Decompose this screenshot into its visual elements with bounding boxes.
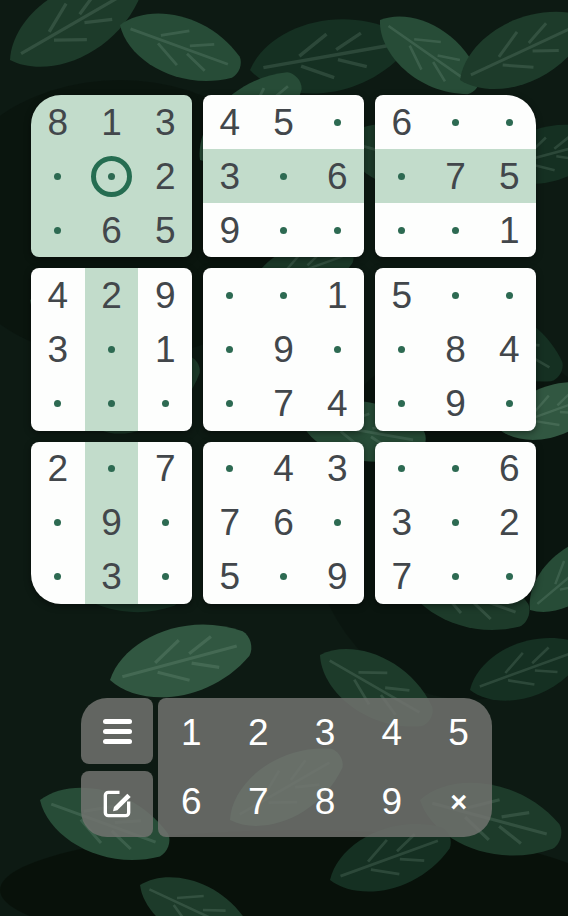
edit-note-icon xyxy=(97,784,137,824)
given-number: 8 xyxy=(48,104,69,141)
selection-ring xyxy=(91,156,132,197)
cell-r7c5[interactable]: 4 xyxy=(257,442,311,496)
empty-cell-dot xyxy=(398,346,405,353)
cell-r8c2[interactable]: 9 xyxy=(85,496,139,550)
empty-cell-dot xyxy=(506,400,513,407)
empty-cell-dot xyxy=(54,227,61,234)
box-2-3: 5849 xyxy=(375,268,536,430)
cell-r2c1[interactable] xyxy=(31,149,85,203)
cell-r8c1[interactable] xyxy=(31,496,85,550)
cell-r6c5[interactable]: 7 xyxy=(257,377,311,431)
given-number: 3 xyxy=(155,104,176,141)
empty-cell-dot xyxy=(226,292,233,299)
cell-r4c3[interactable]: 9 xyxy=(138,268,192,322)
numpad-key-9[interactable]: 9 xyxy=(358,768,425,838)
given-number: 3 xyxy=(220,158,241,195)
cell-r7c8[interactable] xyxy=(429,442,483,496)
cell-r6c9[interactable] xyxy=(482,377,536,431)
empty-cell-dot xyxy=(280,227,287,234)
empty-cell-dot xyxy=(398,173,405,180)
cell-r4c1[interactable]: 4 xyxy=(31,268,85,322)
given-number: 5 xyxy=(392,277,413,314)
cell-r4c8[interactable] xyxy=(429,268,483,322)
cell-r5c5[interactable]: 9 xyxy=(257,322,311,376)
cell-r3c5[interactable] xyxy=(257,203,311,257)
empty-cell-dot xyxy=(54,519,61,526)
given-number: 1 xyxy=(101,104,122,141)
box-3-2: 437659 xyxy=(203,442,364,604)
box-3-1: 2793 xyxy=(31,442,192,604)
cell-r4c2[interactable]: 2 xyxy=(85,268,139,322)
cell-r1c4[interactable]: 4 xyxy=(203,95,257,149)
given-number: 4 xyxy=(220,104,241,141)
box-2-2: 1974 xyxy=(203,268,364,430)
cell-r8c4[interactable]: 7 xyxy=(203,496,257,550)
empty-cell-dot xyxy=(108,465,115,472)
given-number: 2 xyxy=(48,450,69,487)
empty-cell-dot xyxy=(226,465,233,472)
cell-r2c3[interactable]: 2 xyxy=(138,149,192,203)
cell-r1c3[interactable]: 3 xyxy=(138,95,192,149)
cell-r5c1[interactable]: 3 xyxy=(31,322,85,376)
cell-r9c6[interactable]: 9 xyxy=(310,550,364,604)
cell-r6c6[interactable]: 4 xyxy=(310,377,364,431)
box-3-3: 6327 xyxy=(375,442,536,604)
given-number: 4 xyxy=(48,277,69,314)
cell-r5c6[interactable] xyxy=(310,322,364,376)
given-number: 9 xyxy=(273,331,294,368)
given-number: 7 xyxy=(392,558,413,595)
cell-r1c5[interactable]: 5 xyxy=(257,95,311,149)
cell-r8c6[interactable] xyxy=(310,496,364,550)
empty-cell-dot xyxy=(506,573,513,580)
given-number: 1 xyxy=(155,331,176,368)
given-number: 3 xyxy=(327,450,348,487)
cell-r1c6[interactable] xyxy=(310,95,364,149)
cell-r2c7[interactable] xyxy=(375,149,429,203)
empty-cell-dot xyxy=(452,292,459,299)
given-number: 3 xyxy=(101,558,122,595)
box-1-2: 45369 xyxy=(203,95,364,257)
given-number: 2 xyxy=(101,277,122,314)
given-number: 6 xyxy=(101,212,122,249)
cell-r4c5[interactable] xyxy=(257,268,311,322)
empty-cell-dot xyxy=(452,227,459,234)
empty-cell-dot xyxy=(452,465,459,472)
given-number: 6 xyxy=(273,504,294,541)
cell-r7c4[interactable] xyxy=(203,442,257,496)
numpad-key-clear[interactable]: × xyxy=(425,768,492,838)
cell-r9c2[interactable]: 3 xyxy=(85,550,139,604)
box-1-3: 6751 xyxy=(375,95,536,257)
empty-cell-dot xyxy=(334,227,341,234)
numpad: 123456789× xyxy=(158,698,492,837)
given-number: 5 xyxy=(273,104,294,141)
given-number: 3 xyxy=(48,331,69,368)
tool-column xyxy=(81,698,153,837)
given-number: 9 xyxy=(220,212,241,249)
cell-r1c1[interactable]: 8 xyxy=(31,95,85,149)
cell-r4c7[interactable]: 5 xyxy=(375,268,429,322)
numpad-key-2[interactable]: 2 xyxy=(225,698,292,768)
cell-r7c7[interactable] xyxy=(375,442,429,496)
empty-cell-dot xyxy=(452,119,459,126)
given-number: 7 xyxy=(220,504,241,541)
cell-r4c4[interactable] xyxy=(203,268,257,322)
cell-r4c9[interactable] xyxy=(482,268,536,322)
empty-cell-dot xyxy=(452,519,459,526)
notes-button[interactable] xyxy=(81,771,153,837)
cell-r8c8[interactable] xyxy=(429,496,483,550)
empty-cell-dot xyxy=(506,292,513,299)
box-2-1: 42931 xyxy=(31,268,192,430)
given-number: 5 xyxy=(155,212,176,249)
given-number: 4 xyxy=(273,450,294,487)
given-number: 4 xyxy=(327,385,348,422)
cell-r7c6[interactable]: 3 xyxy=(310,442,364,496)
cell-r9c4[interactable]: 5 xyxy=(203,550,257,604)
cell-r8c7[interactable]: 3 xyxy=(375,496,429,550)
empty-cell-dot xyxy=(398,400,405,407)
empty-cell-dot xyxy=(334,346,341,353)
empty-cell-dot xyxy=(280,173,287,180)
cell-r2c2[interactable] xyxy=(85,149,139,203)
given-number: 2 xyxy=(155,158,176,195)
cell-r6c1[interactable] xyxy=(31,377,85,431)
given-number: 5 xyxy=(499,158,520,195)
given-number: 6 xyxy=(327,158,348,195)
given-number: 7 xyxy=(273,385,294,422)
empty-cell-dot xyxy=(162,400,169,407)
cell-r3c9[interactable]: 1 xyxy=(482,203,536,257)
given-number: 7 xyxy=(445,158,466,195)
empty-cell-dot xyxy=(280,292,287,299)
cell-r9c8[interactable] xyxy=(429,550,483,604)
empty-cell-dot xyxy=(398,465,405,472)
cell-r3c3[interactable]: 5 xyxy=(138,203,192,257)
given-number: 5 xyxy=(220,558,241,595)
cell-r3c4[interactable]: 9 xyxy=(203,203,257,257)
cell-r6c2[interactable] xyxy=(85,377,139,431)
empty-cell-dot xyxy=(54,573,61,580)
menu-button[interactable] xyxy=(81,698,153,764)
cell-r9c3[interactable] xyxy=(138,550,192,604)
cell-r5c4[interactable] xyxy=(203,322,257,376)
given-number: 1 xyxy=(499,212,520,249)
empty-cell-dot xyxy=(334,119,341,126)
given-number: 8 xyxy=(445,331,466,368)
control-panel: 123456789× xyxy=(81,698,492,837)
cell-r5c9[interactable]: 4 xyxy=(482,322,536,376)
given-number: 3 xyxy=(392,504,413,541)
cell-r6c8[interactable]: 9 xyxy=(429,377,483,431)
numpad-key-7[interactable]: 7 xyxy=(225,768,292,838)
cell-r9c5[interactable] xyxy=(257,550,311,604)
cell-r1c2[interactable]: 1 xyxy=(85,95,139,149)
empty-cell-dot xyxy=(108,346,115,353)
numpad-key-5[interactable]: 5 xyxy=(425,698,492,768)
cell-r8c9[interactable]: 2 xyxy=(482,496,536,550)
given-number: 9 xyxy=(101,504,122,541)
cell-r4c6[interactable]: 1 xyxy=(310,268,364,322)
cell-r5c2[interactable] xyxy=(85,322,139,376)
cell-r2c9[interactable]: 5 xyxy=(482,149,536,203)
numpad-key-6[interactable]: 6 xyxy=(158,768,225,838)
cell-r9c1[interactable] xyxy=(31,550,85,604)
cell-r2c5[interactable] xyxy=(257,149,311,203)
empty-cell-dot xyxy=(108,400,115,407)
sudoku-board: 8132654536967514293119745849279343765963… xyxy=(31,95,536,604)
empty-cell-dot xyxy=(506,119,513,126)
cell-r3c8[interactable] xyxy=(429,203,483,257)
cell-r9c7[interactable]: 7 xyxy=(375,550,429,604)
numpad-key-3[interactable]: 3 xyxy=(292,698,359,768)
given-number: 1 xyxy=(327,277,348,314)
cell-r3c1[interactable] xyxy=(31,203,85,257)
cell-r6c7[interactable] xyxy=(375,377,429,431)
cell-r3c2[interactable]: 6 xyxy=(85,203,139,257)
cell-r6c3[interactable] xyxy=(138,377,192,431)
cell-r3c6[interactable] xyxy=(310,203,364,257)
cell-r5c7[interactable] xyxy=(375,322,429,376)
cell-r1c7[interactable]: 6 xyxy=(375,95,429,149)
cell-r3c7[interactable] xyxy=(375,203,429,257)
empty-cell-dot xyxy=(280,573,287,580)
cell-r2c6[interactable]: 6 xyxy=(310,149,364,203)
numpad-key-1[interactable]: 1 xyxy=(158,698,225,768)
cell-r1c9[interactable] xyxy=(482,95,536,149)
empty-cell-dot xyxy=(54,173,61,180)
cell-r5c3[interactable]: 1 xyxy=(138,322,192,376)
cell-r5c8[interactable]: 8 xyxy=(429,322,483,376)
cell-r2c8[interactable]: 7 xyxy=(429,149,483,203)
empty-cell-dot xyxy=(226,400,233,407)
given-number: 6 xyxy=(499,450,520,487)
box-1-1: 813265 xyxy=(31,95,192,257)
empty-cell-dot xyxy=(54,400,61,407)
cell-r9c9[interactable] xyxy=(482,550,536,604)
given-number: 7 xyxy=(155,450,176,487)
cell-r8c3[interactable] xyxy=(138,496,192,550)
cell-r7c2[interactable] xyxy=(85,442,139,496)
numpad-key-4[interactable]: 4 xyxy=(358,698,425,768)
hamburger-icon xyxy=(103,719,132,744)
given-number: 9 xyxy=(445,385,466,422)
given-number: 9 xyxy=(155,277,176,314)
cell-r1c8[interactable] xyxy=(429,95,483,149)
cell-r8c5[interactable]: 6 xyxy=(257,496,311,550)
given-number: 9 xyxy=(327,558,348,595)
cell-r6c4[interactable] xyxy=(203,377,257,431)
cell-r7c3[interactable]: 7 xyxy=(138,442,192,496)
given-number: 6 xyxy=(392,104,413,141)
cell-r7c9[interactable]: 6 xyxy=(482,442,536,496)
empty-cell-dot xyxy=(452,573,459,580)
sudoku-app-screen: 8132654536967514293119745849279343765963… xyxy=(0,0,568,916)
empty-cell-dot xyxy=(162,573,169,580)
numpad-key-8[interactable]: 8 xyxy=(292,768,359,838)
empty-cell-dot xyxy=(162,519,169,526)
given-number: 2 xyxy=(499,504,520,541)
empty-cell-dot xyxy=(334,519,341,526)
cell-r7c1[interactable]: 2 xyxy=(31,442,85,496)
given-number: 4 xyxy=(499,331,520,368)
cell-r2c4[interactable]: 3 xyxy=(203,149,257,203)
empty-cell-dot xyxy=(398,227,405,234)
empty-cell-dot xyxy=(226,346,233,353)
